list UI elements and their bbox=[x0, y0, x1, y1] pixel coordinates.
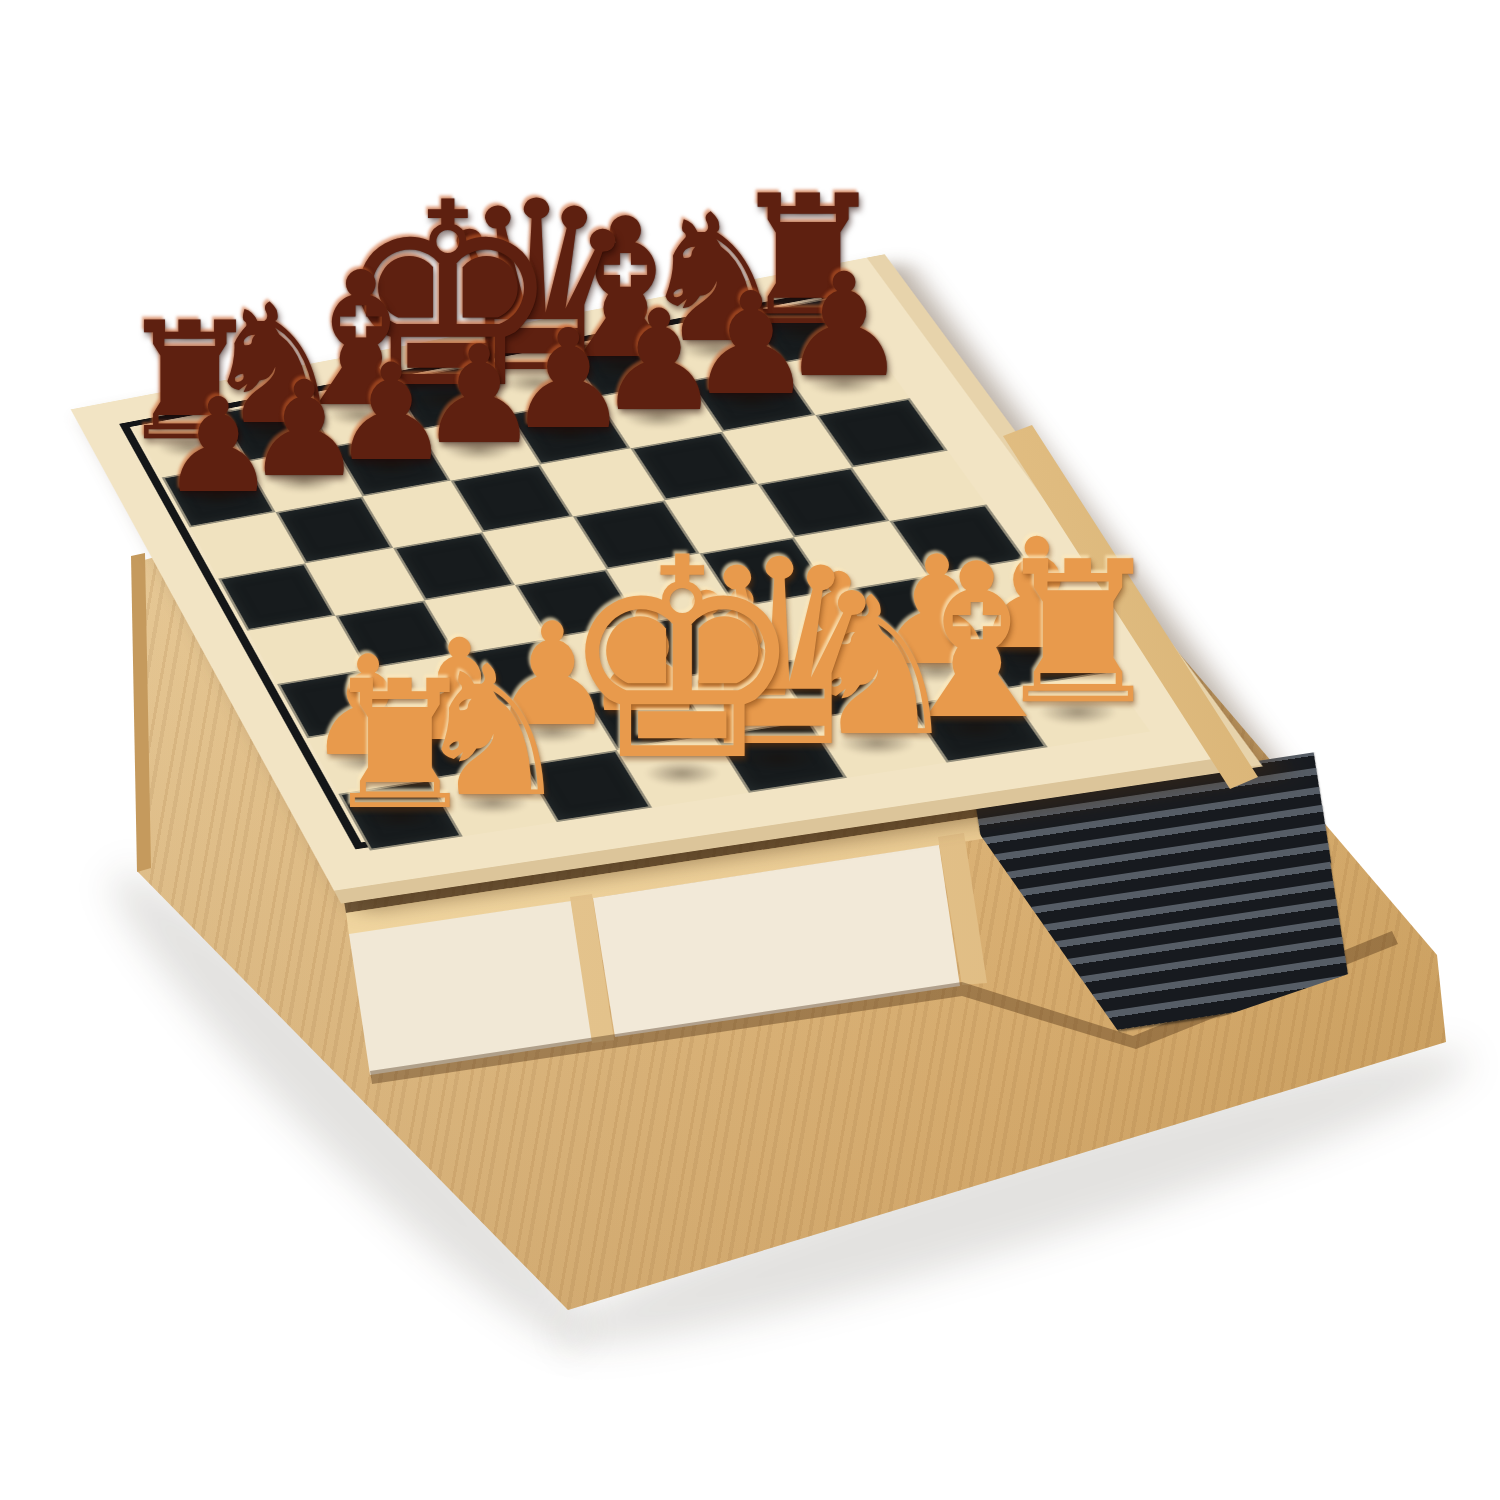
chessboard-grid bbox=[134, 296, 1150, 850]
product-photo-stage: ♜♞♝♚♛♝♞♜♟♟♟♟♟♟♟♟♟♟♟♟♟♟♟♟♜♞♚♛♞♝♜ bbox=[0, 0, 1500, 1500]
